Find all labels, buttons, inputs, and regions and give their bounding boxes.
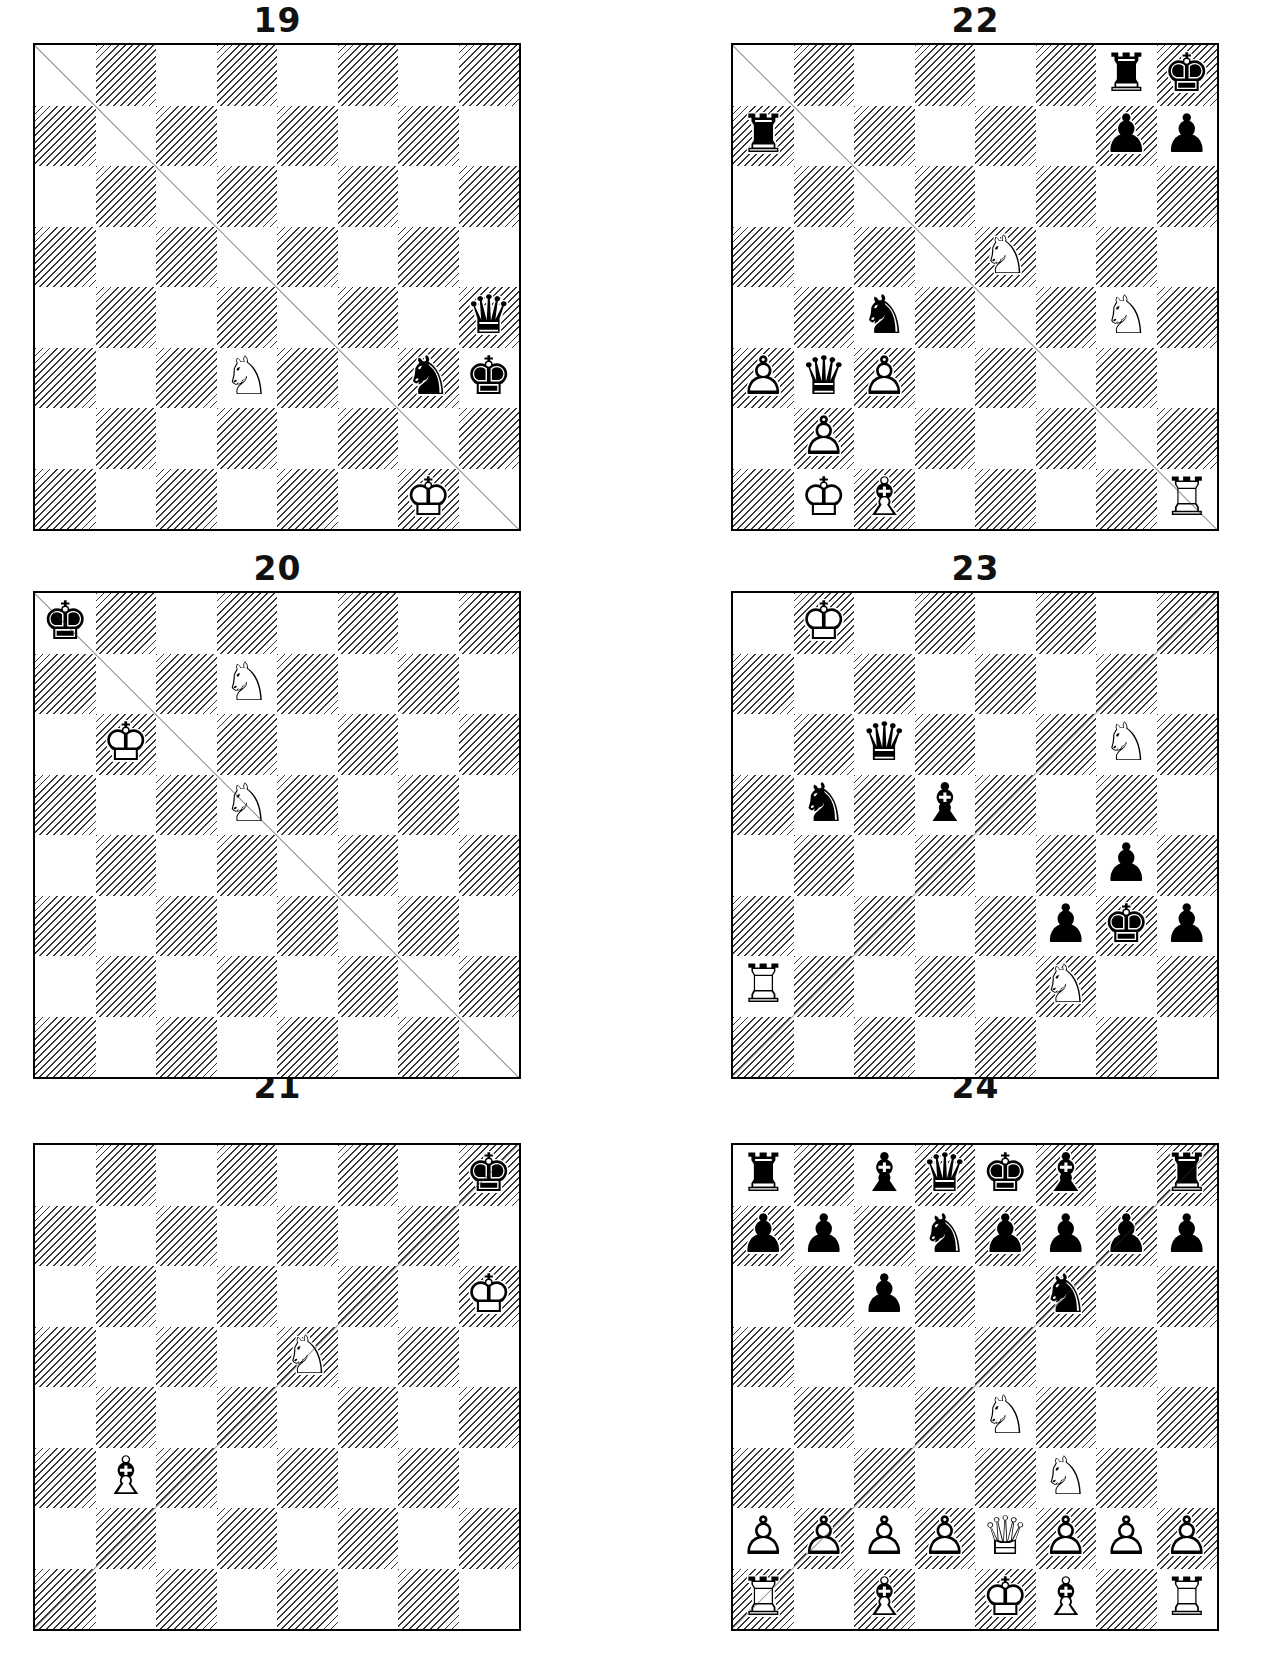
- square-a3: [35, 348, 96, 409]
- square-f5: [1036, 1327, 1097, 1388]
- square-d3: [915, 896, 976, 957]
- square-c1: ♝♗: [854, 1569, 915, 1630]
- square-f7: [1036, 654, 1097, 715]
- square-h5: [459, 1327, 520, 1388]
- square-e5: [975, 1327, 1036, 1388]
- square-f6: ♞♞: [1036, 1266, 1097, 1327]
- square-f2: [338, 1508, 399, 1569]
- square-b8: [96, 1145, 157, 1206]
- square-c7: [156, 654, 217, 715]
- white-pawn: ♟♙: [854, 1508, 915, 1569]
- square-g5: [1096, 1327, 1157, 1388]
- square-b1: [96, 1569, 157, 1630]
- square-a4: [35, 1387, 96, 1448]
- square-b5: [794, 1327, 855, 1388]
- square-a8: [35, 1145, 96, 1206]
- square-d3: ♞♘: [217, 348, 278, 409]
- square-d7: [915, 106, 976, 167]
- square-e4: ♞♘: [975, 1387, 1036, 1448]
- square-b3: [96, 896, 157, 957]
- square-a7: [733, 654, 794, 715]
- square-g4: [398, 835, 459, 896]
- square-b1: [794, 1017, 855, 1078]
- square-f3: [1036, 348, 1097, 409]
- square-h8: [1157, 593, 1218, 654]
- square-e5: [975, 775, 1036, 836]
- black-rook: ♜♜: [1096, 45, 1157, 106]
- square-h1: [1157, 1017, 1218, 1078]
- square-h8: ♚♚: [459, 1145, 520, 1206]
- square-d3: [915, 348, 976, 409]
- square-d2: ♟♙: [915, 1508, 976, 1569]
- square-f7: [338, 106, 399, 167]
- square-g1: [398, 1569, 459, 1630]
- square-g4: ♟♟: [1096, 835, 1157, 896]
- square-h3: [1157, 1448, 1218, 1509]
- square-f4: [338, 287, 399, 348]
- square-a5: [733, 775, 794, 836]
- square-f1: [1036, 1017, 1097, 1078]
- square-a7: [35, 654, 96, 715]
- square-d2: [915, 956, 976, 1017]
- square-h3: [459, 896, 520, 957]
- square-f8: [338, 45, 399, 106]
- square-a8: [733, 45, 794, 106]
- square-e1: [975, 469, 1036, 530]
- square-g5: [398, 227, 459, 288]
- square-h4: [1157, 1387, 1218, 1448]
- square-f7: [1036, 106, 1097, 167]
- white-rook: ♜♖: [1157, 1569, 1218, 1630]
- square-f3: [338, 348, 399, 409]
- square-c8: [854, 45, 915, 106]
- square-a1: ♜♖: [733, 1569, 794, 1630]
- square-c1: ♝♗: [854, 469, 915, 530]
- diagram-label-20: 20: [33, 549, 522, 588]
- black-pawn: ♟♟: [975, 1206, 1036, 1267]
- square-c8: [854, 593, 915, 654]
- black-pawn: ♟♟: [854, 1266, 915, 1327]
- square-g2: [1096, 408, 1157, 469]
- black-bishop: ♝♝: [854, 1145, 915, 1206]
- black-queen: ♛♛: [459, 287, 520, 348]
- square-a4: [733, 1387, 794, 1448]
- square-a4: [35, 287, 96, 348]
- square-h2: [459, 408, 520, 469]
- square-d5: [915, 1327, 976, 1388]
- square-c6: ♛♛: [854, 714, 915, 775]
- square-b5: [96, 775, 157, 836]
- square-c3: ♟♙: [854, 348, 915, 409]
- square-a6: [733, 714, 794, 775]
- square-b4: [794, 1387, 855, 1448]
- square-h1: ♜♖: [1157, 1569, 1218, 1630]
- white-king: ♚♔: [794, 469, 855, 530]
- square-f6: [338, 166, 399, 227]
- square-a1: [35, 1017, 96, 1078]
- square-h7: [459, 1206, 520, 1267]
- square-e4: [277, 287, 338, 348]
- square-h8: [459, 593, 520, 654]
- chess-board-23: ♚♔♛♛♞♘♞♞♝♝♟♟♟♟♚♚♟♟♜♖♞♘: [731, 591, 1219, 1079]
- square-f4: [1036, 287, 1097, 348]
- black-king: ♚♚: [1096, 896, 1157, 957]
- white-knight: ♞♘: [217, 775, 278, 836]
- square-f2: [338, 956, 399, 1017]
- square-d6: [217, 714, 278, 775]
- black-knight: ♞♞: [794, 775, 855, 836]
- square-e2: [975, 956, 1036, 1017]
- square-a7: [35, 1206, 96, 1267]
- square-d7: [217, 106, 278, 167]
- square-a5: [35, 775, 96, 836]
- square-d4: [915, 287, 976, 348]
- square-f1: [338, 1569, 399, 1630]
- square-h7: ♟♟: [1157, 1206, 1218, 1267]
- square-e4: [277, 835, 338, 896]
- square-a5: [35, 227, 96, 288]
- square-h1: [459, 1569, 520, 1630]
- square-a3: ♟♙: [733, 348, 794, 409]
- square-c4: [854, 835, 915, 896]
- square-g5: [398, 1327, 459, 1388]
- square-d2: [915, 408, 976, 469]
- square-c8: [156, 593, 217, 654]
- white-pawn: ♟♙: [854, 348, 915, 409]
- white-knight: ♞♘: [1036, 1448, 1097, 1509]
- square-b1: [96, 1017, 157, 1078]
- white-bishop: ♝♗: [96, 1448, 157, 1509]
- black-king: ♚♚: [1157, 45, 1218, 106]
- square-f5: [338, 775, 399, 836]
- white-king: ♚♔: [975, 1569, 1036, 1630]
- square-e1: ♚♔: [975, 1569, 1036, 1630]
- square-d2: [217, 1508, 278, 1569]
- diagram-label-23: 23: [731, 549, 1220, 588]
- square-d2: [217, 956, 278, 1017]
- square-g1: [1096, 1569, 1157, 1630]
- square-b6: ♚♔: [96, 714, 157, 775]
- square-g3: ♚♚: [1096, 896, 1157, 957]
- square-a2: [35, 408, 96, 469]
- square-b2: ♟♙: [794, 1508, 855, 1569]
- square-c5: [854, 1327, 915, 1388]
- square-c6: [854, 166, 915, 227]
- square-b2: [96, 408, 157, 469]
- chess-board-24: ♜♜♝♝♛♛♚♚♝♝♜♜♟♟♟♟♞♞♟♟♟♟♟♟♟♟♟♟♞♞♞♘♞♘♟♙♟♙♟♙…: [731, 1143, 1219, 1631]
- square-f8: [338, 1145, 399, 1206]
- square-a2: ♜♖: [733, 956, 794, 1017]
- square-c4: [854, 1387, 915, 1448]
- square-e8: [277, 1145, 338, 1206]
- black-knight: ♞♞: [854, 287, 915, 348]
- square-d1: [915, 1569, 976, 1630]
- square-e5: [277, 775, 338, 836]
- square-h4: ♛♛: [459, 287, 520, 348]
- square-g1: [1096, 469, 1157, 530]
- square-h6: [459, 166, 520, 227]
- square-g1: [1096, 1017, 1157, 1078]
- square-c2: [854, 408, 915, 469]
- square-d1: [915, 1017, 976, 1078]
- square-h6: [1157, 166, 1218, 227]
- square-h5: [459, 775, 520, 836]
- square-b1: ♚♔: [794, 469, 855, 530]
- square-b6: [794, 166, 855, 227]
- square-h2: [1157, 956, 1218, 1017]
- square-b6: [96, 166, 157, 227]
- square-c7: [854, 1206, 915, 1267]
- square-c3: [156, 1448, 217, 1509]
- square-d8: [217, 593, 278, 654]
- white-pawn: ♟♙: [733, 1508, 794, 1569]
- square-g2: ♟♙: [1096, 1508, 1157, 1569]
- black-king: ♚♚: [975, 1145, 1036, 1206]
- square-h1: [459, 1017, 520, 1078]
- square-e6: [277, 714, 338, 775]
- square-c5: [854, 775, 915, 836]
- square-g3: [1096, 1448, 1157, 1509]
- square-b8: ♚♔: [794, 593, 855, 654]
- square-f3: [338, 1448, 399, 1509]
- square-d4: [915, 1387, 976, 1448]
- square-h7: ♟♟: [1157, 106, 1218, 167]
- square-h6: [459, 714, 520, 775]
- square-g3: [398, 1448, 459, 1509]
- square-b7: ♟♟: [794, 1206, 855, 1267]
- square-g7: [1096, 654, 1157, 715]
- square-h2: [459, 1508, 520, 1569]
- square-h1: ♜♖: [1157, 469, 1218, 530]
- white-knight: ♞♘: [1096, 714, 1157, 775]
- square-f8: [1036, 593, 1097, 654]
- square-f1: [1036, 469, 1097, 530]
- square-f1: ♝♗: [1036, 1569, 1097, 1630]
- square-a3: [733, 896, 794, 957]
- square-c7: [156, 1206, 217, 1267]
- square-b3: [794, 896, 855, 957]
- square-h3: [459, 1448, 520, 1509]
- square-e3: [975, 348, 1036, 409]
- square-e7: [277, 1206, 338, 1267]
- black-pawn: ♟♟: [1096, 106, 1157, 167]
- square-c3: [156, 896, 217, 957]
- diagram-label-19: 19: [33, 1, 522, 40]
- square-d6: [915, 1266, 976, 1327]
- chess-board-22: ♜♜♚♚♜♜♟♟♟♟♞♘♞♞♞♘♟♙♛♛♟♙♟♙♚♔♝♗♜♖: [731, 43, 1219, 531]
- white-pawn: ♟♙: [1157, 1508, 1218, 1569]
- square-h6: ♚♔: [459, 1266, 520, 1327]
- square-b3: ♛♛: [794, 348, 855, 409]
- square-d3: [217, 1448, 278, 1509]
- square-f6: [338, 1266, 399, 1327]
- square-f2: ♟♙: [1036, 1508, 1097, 1569]
- square-h7: [459, 654, 520, 715]
- square-b4: [96, 1387, 157, 1448]
- square-c6: ♟♟: [854, 1266, 915, 1327]
- square-e7: [277, 106, 338, 167]
- square-h6: [1157, 714, 1218, 775]
- white-pawn: ♟♙: [915, 1508, 976, 1569]
- square-g4: ♞♘: [1096, 287, 1157, 348]
- square-a6: [35, 1266, 96, 1327]
- square-h1: [459, 469, 520, 530]
- square-c3: [854, 1448, 915, 1509]
- square-b8: [96, 45, 157, 106]
- square-d8: [915, 593, 976, 654]
- square-h8: ♜♜: [1157, 1145, 1218, 1206]
- square-h5: [1157, 775, 1218, 836]
- square-b2: [96, 956, 157, 1017]
- square-e7: ♟♟: [975, 1206, 1036, 1267]
- square-f4: [338, 1387, 399, 1448]
- square-e5: ♞♘: [277, 1327, 338, 1388]
- square-b6: [794, 714, 855, 775]
- square-e3: [277, 1448, 338, 1509]
- square-b3: ♝♗: [96, 1448, 157, 1509]
- square-d6: [217, 1266, 278, 1327]
- square-e2: [277, 1508, 338, 1569]
- square-b7: [794, 654, 855, 715]
- square-d8: [915, 45, 976, 106]
- black-bishop: ♝♝: [1036, 1145, 1097, 1206]
- square-d1: [217, 469, 278, 530]
- square-e8: ♚♚: [975, 1145, 1036, 1206]
- square-b6: [794, 1266, 855, 1327]
- square-e8: [975, 593, 1036, 654]
- white-pawn: ♟♙: [1036, 1508, 1097, 1569]
- square-c2: [156, 1508, 217, 1569]
- square-a8: ♜♜: [733, 1145, 794, 1206]
- square-d1: [217, 1569, 278, 1630]
- square-g7: ♟♟: [1096, 1206, 1157, 1267]
- square-a2: ♟♙: [733, 1508, 794, 1569]
- diagram-label-22: 22: [731, 1, 1220, 40]
- square-d2: [217, 408, 278, 469]
- square-f5: [338, 1327, 399, 1388]
- square-e8: [277, 45, 338, 106]
- square-h4: [459, 835, 520, 896]
- square-c8: [156, 45, 217, 106]
- white-knight: ♞♘: [975, 227, 1036, 288]
- square-a5: [733, 227, 794, 288]
- square-f1: [338, 469, 399, 530]
- black-pawn: ♟♟: [1096, 835, 1157, 896]
- white-knight: ♞♘: [1036, 956, 1097, 1017]
- square-g5: [398, 775, 459, 836]
- square-g6: ♞♘: [1096, 714, 1157, 775]
- white-bishop: ♝♗: [1036, 1569, 1097, 1630]
- chess-board-19: ♛♛♞♘♞♞♚♚♚♔: [33, 43, 521, 531]
- square-g4: [398, 287, 459, 348]
- square-e6: [277, 166, 338, 227]
- square-d4: [217, 1387, 278, 1448]
- square-g2: [398, 1508, 459, 1569]
- square-a1: [733, 469, 794, 530]
- square-b7: [794, 106, 855, 167]
- square-e4: [975, 287, 1036, 348]
- black-queen: ♛♛: [854, 714, 915, 775]
- white-king: ♚♔: [398, 469, 459, 530]
- square-g8: [398, 593, 459, 654]
- white-bishop: ♝♗: [854, 1569, 915, 1630]
- square-c6: [156, 714, 217, 775]
- square-g7: [398, 1206, 459, 1267]
- square-a5: [35, 1327, 96, 1388]
- square-e6: [277, 1266, 338, 1327]
- white-queen: ♛♕: [975, 1508, 1036, 1569]
- square-e3: [975, 896, 1036, 957]
- white-king: ♚♔: [459, 1266, 520, 1327]
- black-rook: ♜♜: [733, 106, 794, 167]
- square-d1: [217, 1017, 278, 1078]
- white-knight: ♞♘: [975, 1387, 1036, 1448]
- square-g7: [398, 106, 459, 167]
- square-c7: [854, 106, 915, 167]
- black-queen: ♛♛: [915, 1145, 976, 1206]
- square-g3: [1096, 348, 1157, 409]
- square-d7: ♞♞: [915, 1206, 976, 1267]
- square-e3: [277, 348, 338, 409]
- square-d8: [217, 1145, 278, 1206]
- square-d3: [915, 1448, 976, 1509]
- square-d7: [915, 654, 976, 715]
- square-e7: [975, 654, 1036, 715]
- white-pawn: ♟♙: [794, 408, 855, 469]
- square-g6: [398, 714, 459, 775]
- white-rook: ♜♖: [733, 1569, 794, 1630]
- square-d8: [217, 45, 278, 106]
- square-f7: ♟♟: [1036, 1206, 1097, 1267]
- square-d3: [217, 896, 278, 957]
- square-e8: [975, 45, 1036, 106]
- square-f4: [338, 835, 399, 896]
- square-f6: [1036, 714, 1097, 775]
- square-h3: [1157, 348, 1218, 409]
- square-e7: [975, 106, 1036, 167]
- white-king: ♚♔: [96, 714, 157, 775]
- square-a3: [733, 1448, 794, 1509]
- square-e2: ♛♕: [975, 1508, 1036, 1569]
- square-h7: [459, 106, 520, 167]
- square-a6: [35, 166, 96, 227]
- square-e5: [277, 227, 338, 288]
- square-b4: [794, 835, 855, 896]
- square-a7: ♟♟: [733, 1206, 794, 1267]
- square-h8: [459, 45, 520, 106]
- black-pawn: ♟♟: [1096, 1206, 1157, 1267]
- square-h3: ♟♟: [1157, 896, 1218, 957]
- square-a5: [733, 1327, 794, 1388]
- white-pawn: ♟♙: [733, 348, 794, 409]
- square-e2: [975, 408, 1036, 469]
- square-c4: ♞♞: [854, 287, 915, 348]
- square-b3: [794, 1448, 855, 1509]
- square-g6: [1096, 1266, 1157, 1327]
- square-c7: [156, 106, 217, 167]
- square-c2: [156, 408, 217, 469]
- square-e4: [277, 1387, 338, 1448]
- black-rook: ♜♜: [1157, 1145, 1218, 1206]
- square-e5: ♞♘: [975, 227, 1036, 288]
- square-g6: [1096, 166, 1157, 227]
- square-b5: ♞♞: [794, 775, 855, 836]
- square-d4: [915, 835, 976, 896]
- square-b7: [96, 1206, 157, 1267]
- square-b1: [794, 1569, 855, 1630]
- square-a7: [35, 106, 96, 167]
- square-c2: ♟♙: [854, 1508, 915, 1569]
